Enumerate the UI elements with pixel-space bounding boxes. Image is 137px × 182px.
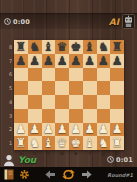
- control-bar-left: [4, 169, 30, 180]
- square-d5[interactable]: [55, 81, 69, 95]
- piece-white-rook[interactable]: ♜: [112, 137, 123, 149]
- square-c6[interactable]: [42, 68, 56, 82]
- person-icon: [3, 154, 15, 166]
- player-clock: 0:01: [116, 156, 133, 164]
- piece-white-pawn[interactable]: ♟: [43, 123, 54, 135]
- square-f4[interactable]: [83, 95, 97, 109]
- square-b5[interactable]: [28, 81, 42, 95]
- piece-black-pawn[interactable]: ♟: [84, 55, 95, 67]
- redo-arrow-icon[interactable]: [82, 170, 92, 179]
- control-bar: Round#1: [0, 167, 137, 182]
- opponent-clock-icon: [4, 18, 11, 25]
- piece-black-bishop[interactable]: ♝: [84, 41, 95, 53]
- opponent-clock: 0:00: [13, 18, 30, 26]
- square-d7[interactable]: ♟: [55, 54, 69, 68]
- rank-label-3: 3: [8, 109, 13, 123]
- rank-label-6: 6: [8, 68, 13, 82]
- square-a3[interactable]: [14, 109, 28, 123]
- player-clock-icon: [107, 156, 114, 163]
- opponent-name: AI: [109, 17, 119, 27]
- square-c8[interactable]: ♝: [42, 40, 56, 54]
- square-f5[interactable]: [83, 81, 97, 95]
- square-c4[interactable]: [42, 95, 56, 109]
- piece-white-king[interactable]: ♚: [70, 137, 81, 149]
- square-b6[interactable]: [28, 68, 42, 82]
- square-h1[interactable]: ♜: [110, 136, 124, 150]
- piece-white-bishop[interactable]: ♝: [84, 137, 95, 149]
- player-name: You: [18, 155, 36, 165]
- piece-white-knight[interactable]: ♞: [29, 137, 40, 149]
- square-e1[interactable]: ♚: [69, 136, 83, 150]
- rank-label-5: 5: [8, 81, 13, 95]
- square-a7[interactable]: ♟: [14, 54, 28, 68]
- piece-white-pawn[interactable]: ♟: [70, 123, 81, 135]
- piece-black-pawn[interactable]: ♟: [29, 55, 40, 67]
- piece-white-pawn[interactable]: ♟: [98, 123, 109, 135]
- piece-white-knight[interactable]: ♞: [98, 137, 109, 149]
- piece-black-rook[interactable]: ♜: [15, 41, 26, 53]
- square-f8[interactable]: ♝: [83, 40, 97, 54]
- piece-white-pawn[interactable]: ♟: [57, 123, 68, 135]
- square-d1[interactable]: ♛: [55, 136, 69, 150]
- square-h3[interactable]: [110, 109, 124, 123]
- square-c3[interactable]: [42, 109, 56, 123]
- piece-black-knight[interactable]: ♞: [29, 41, 40, 53]
- square-g2[interactable]: ♟: [97, 123, 111, 137]
- piece-black-pawn[interactable]: ♟: [15, 55, 26, 67]
- ai-avatar-icon: [122, 14, 135, 29]
- square-b8[interactable]: ♞: [28, 40, 42, 54]
- square-e3[interactable]: [69, 109, 83, 123]
- piece-black-king[interactable]: ♚: [70, 41, 81, 53]
- square-g6[interactable]: [97, 68, 111, 82]
- piece-white-pawn[interactable]: ♟: [112, 123, 123, 135]
- rank-labels: 87654321: [8, 40, 13, 150]
- control-bar-center: [30, 169, 107, 180]
- piece-black-pawn[interactable]: ♟: [70, 55, 81, 67]
- square-e2[interactable]: ♟: [69, 123, 83, 137]
- gear-icon[interactable]: [19, 169, 30, 180]
- square-b2[interactable]: ♟: [28, 123, 42, 137]
- refresh-icon[interactable]: [62, 169, 75, 180]
- square-g5[interactable]: [97, 81, 111, 95]
- square-a8[interactable]: ♜: [14, 40, 28, 54]
- square-h2[interactable]: ♟: [110, 123, 124, 137]
- square-d6[interactable]: [55, 68, 69, 82]
- square-c5[interactable]: [42, 81, 56, 95]
- square-d4[interactable]: [55, 95, 69, 109]
- square-b4[interactable]: [28, 95, 42, 109]
- piece-white-bishop[interactable]: ♝: [43, 137, 54, 149]
- square-b1[interactable]: ♞: [28, 136, 42, 150]
- square-h6[interactable]: [110, 68, 124, 82]
- square-a6[interactable]: [14, 68, 28, 82]
- square-h5[interactable]: [110, 81, 124, 95]
- square-c7[interactable]: ♟: [42, 54, 56, 68]
- square-e7[interactable]: ♟: [69, 54, 83, 68]
- piece-black-pawn[interactable]: ♟: [57, 55, 68, 67]
- square-a5[interactable]: [14, 81, 28, 95]
- rank-label-1: 1: [8, 136, 13, 150]
- undo-arrow-icon[interactable]: [45, 170, 55, 179]
- piece-black-pawn[interactable]: ♟: [98, 55, 109, 67]
- piece-white-queen[interactable]: ♛: [57, 137, 68, 149]
- square-e6[interactable]: [69, 68, 83, 82]
- piece-black-knight[interactable]: ♞: [98, 41, 109, 53]
- square-c1[interactable]: ♝: [42, 136, 56, 150]
- piece-black-queen[interactable]: ♛: [57, 41, 68, 53]
- piece-white-pawn[interactable]: ♟: [29, 123, 40, 135]
- piece-black-pawn[interactable]: ♟: [43, 55, 54, 67]
- square-h4[interactable]: [110, 95, 124, 109]
- square-g4[interactable]: [97, 95, 111, 109]
- square-h7[interactable]: ♟: [110, 54, 124, 68]
- piece-white-pawn[interactable]: ♟: [84, 123, 95, 135]
- square-f7[interactable]: ♟: [83, 54, 97, 68]
- square-a4[interactable]: [14, 95, 28, 109]
- square-b7[interactable]: ♟: [28, 54, 42, 68]
- square-g7[interactable]: ♟: [97, 54, 111, 68]
- square-f1[interactable]: ♝: [83, 136, 97, 150]
- player-bar: You 0:01: [0, 152, 137, 167]
- piece-black-bishop[interactable]: ♝: [43, 41, 54, 53]
- square-g3[interactable]: [97, 109, 111, 123]
- square-c2[interactable]: ♟: [42, 123, 56, 137]
- square-g1[interactable]: ♞: [97, 136, 111, 150]
- chess-board: ♜♞♝♛♚♝♞♜♟♟♟♟♟♟♟♟♟♟♟♟♟♟♟♟♜♞♝♛♚♝♞♜: [14, 40, 124, 150]
- square-f6[interactable]: [83, 68, 97, 82]
- round-label: Round#1: [107, 172, 133, 178]
- square-e5[interactable]: [69, 81, 83, 95]
- rank-label-4: 4: [8, 95, 13, 109]
- rank-label-7: 7: [8, 54, 13, 68]
- piece-white-rook[interactable]: ♜: [15, 137, 26, 149]
- square-d8[interactable]: ♛: [55, 40, 69, 54]
- square-e4[interactable]: [69, 95, 83, 109]
- square-a1[interactable]: ♜: [14, 136, 28, 150]
- square-a2[interactable]: ♟: [14, 123, 28, 137]
- square-e8[interactable]: ♚: [69, 40, 83, 54]
- square-d2[interactable]: ♟: [55, 123, 69, 137]
- piece-black-rook[interactable]: ♜: [112, 41, 123, 53]
- square-f2[interactable]: ♟: [83, 123, 97, 137]
- rank-label-2: 2: [8, 123, 13, 137]
- rank-label-8: 8: [8, 40, 13, 54]
- chess-app-screen: 0:00 AI 87654321 ♜♞♝♛♚♝♞♜♟♟♟♟♟♟♟♟♟♟♟♟♟♟♟…: [0, 0, 137, 182]
- piece-white-pawn[interactable]: ♟: [15, 123, 26, 135]
- opponent-bar: 0:00 AI: [0, 13, 137, 29]
- piece-black-pawn[interactable]: ♟: [112, 55, 123, 67]
- square-g8[interactable]: ♞: [97, 40, 111, 54]
- square-b3[interactable]: [28, 109, 42, 123]
- square-f3[interactable]: [83, 109, 97, 123]
- square-d3[interactable]: [55, 109, 69, 123]
- book-icon[interactable]: [4, 169, 14, 180]
- square-h8[interactable]: ♜: [110, 40, 124, 54]
